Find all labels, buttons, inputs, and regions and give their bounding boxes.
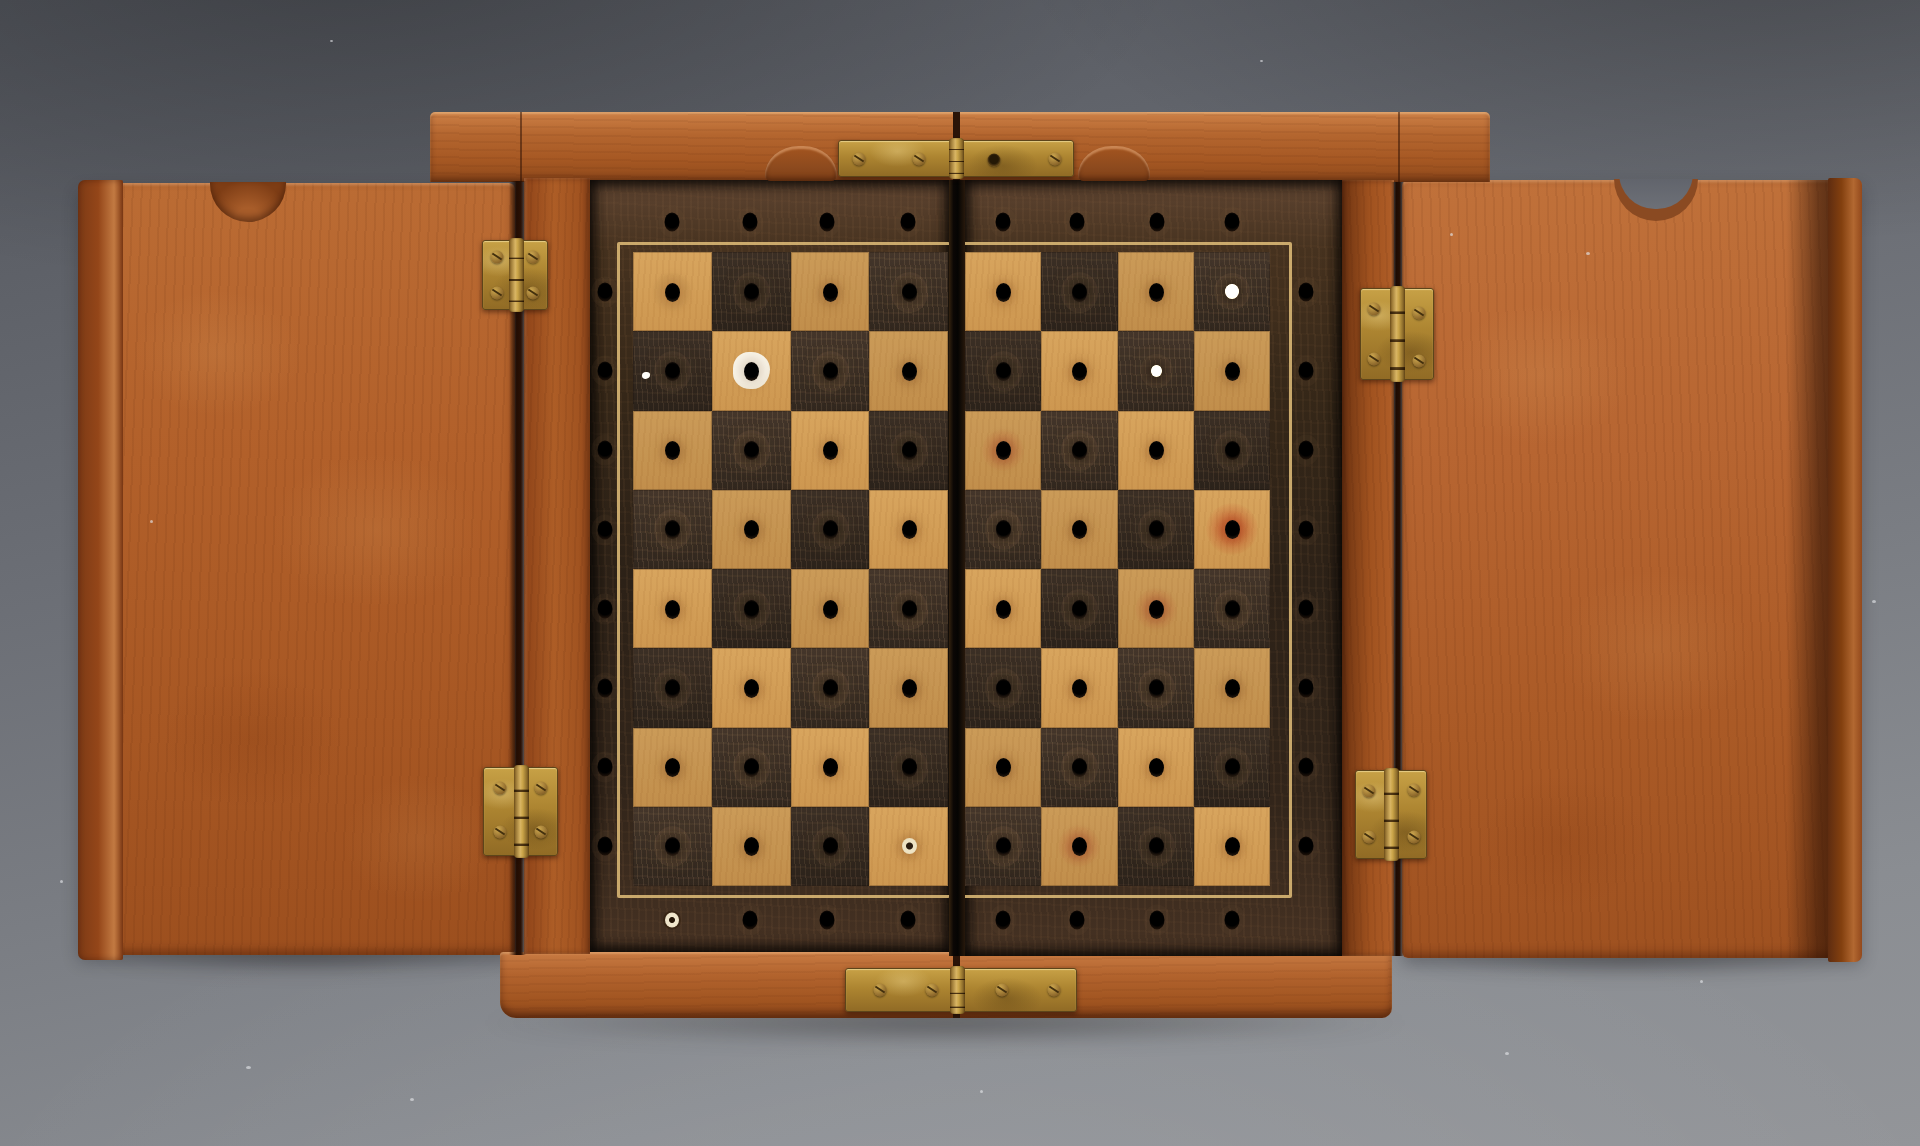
square-f7[interactable] xyxy=(1041,331,1117,410)
square-c5[interactable] xyxy=(791,490,870,569)
peg-hole-e7 xyxy=(996,362,1011,381)
peg-hole-d2 xyxy=(902,758,917,777)
peg-hole-h1 xyxy=(1225,837,1240,856)
peg-hole-h2 xyxy=(1225,758,1240,777)
peg-hole-e8 xyxy=(996,283,1011,302)
peg-hole-c1 xyxy=(823,837,838,856)
storage-hole-left-6[interactable] xyxy=(598,679,613,698)
storage-hole-right-6[interactable] xyxy=(1299,679,1314,698)
hinge-screw xyxy=(1408,784,1421,797)
hinge-screw xyxy=(1363,785,1376,798)
square-b8[interactable] xyxy=(712,252,791,331)
square-g4[interactable] xyxy=(1118,569,1194,648)
storage-hole-top-3[interactable] xyxy=(820,213,835,232)
storage-hole-top-8[interactable] xyxy=(1225,213,1240,232)
square-d5[interactable] xyxy=(869,490,948,569)
storage-hole-bottom-1[interactable] xyxy=(665,913,679,928)
hinge-screw xyxy=(853,153,866,166)
peg-hole-b8 xyxy=(744,283,759,302)
peg-hole-b1 xyxy=(744,837,759,856)
hinge-screw xyxy=(1048,984,1061,997)
storage-hole-right-5[interactable] xyxy=(1299,600,1314,619)
square-b5[interactable] xyxy=(712,490,791,569)
storage-hole-left-5[interactable] xyxy=(598,600,613,619)
hinge-screw xyxy=(996,984,1009,997)
peg-hole-d4 xyxy=(902,600,917,619)
peg-hole-h8 xyxy=(1225,284,1239,299)
storage-hole-bottom-6[interactable] xyxy=(1070,911,1085,930)
fold-gap xyxy=(949,180,965,956)
peg-hole-b2 xyxy=(744,758,759,777)
square-h8[interactable] xyxy=(1194,252,1270,331)
peg-hole-h6 xyxy=(1225,441,1240,460)
square-b1[interactable] xyxy=(712,807,791,886)
lint-speck xyxy=(246,1066,251,1069)
peg-hole-a7 xyxy=(665,362,680,381)
left-lid-edge-strip xyxy=(78,180,123,960)
square-e6[interactable] xyxy=(965,411,1041,490)
peg-hole-f2 xyxy=(1072,758,1087,777)
storage-hole-left-2[interactable] xyxy=(598,362,613,381)
hinge-screw xyxy=(1368,353,1381,366)
storage-hole-left-8[interactable] xyxy=(598,837,613,856)
right-lid-finger-notch xyxy=(1614,179,1698,221)
lint-speck xyxy=(1260,60,1263,62)
square-c6[interactable] xyxy=(791,411,870,490)
lint-speck xyxy=(1505,1052,1509,1055)
storage-hole-top-1[interactable] xyxy=(665,213,680,232)
peg-hole-a8 xyxy=(665,283,680,302)
storage-hole-right-1[interactable] xyxy=(1299,283,1314,302)
storage-hole-bottom-2[interactable] xyxy=(743,911,758,930)
peg-hole-h5 xyxy=(1225,520,1240,539)
top-center-hinge-knuckle xyxy=(949,138,964,179)
square-f3[interactable] xyxy=(1041,648,1117,727)
right-lid-edge-strip xyxy=(1828,178,1862,962)
storage-hole-right-4[interactable] xyxy=(1299,521,1314,540)
square-d2[interactable] xyxy=(869,728,948,807)
peg-hole-a2 xyxy=(665,758,680,777)
storage-hole-right-3[interactable] xyxy=(1299,441,1314,460)
peg-hole-b6 xyxy=(744,441,759,460)
storage-hole-top-5[interactable] xyxy=(996,213,1011,232)
lint-speck xyxy=(1700,980,1703,983)
square-f8[interactable] xyxy=(1041,252,1117,331)
left-lid-finger-notch xyxy=(210,182,286,222)
board-left-half xyxy=(633,252,948,886)
square-e3[interactable] xyxy=(965,648,1041,727)
peg-hole-h4 xyxy=(1225,600,1240,619)
hinge-screw xyxy=(1413,355,1426,368)
hinge-screw xyxy=(1049,153,1062,166)
storage-hole-bottom-4[interactable] xyxy=(901,911,916,930)
peg-hole-f7 xyxy=(1072,362,1087,381)
peg-hole-b4 xyxy=(744,600,759,619)
hinge-screw xyxy=(494,782,507,795)
peg-hole-g6 xyxy=(1149,441,1164,460)
peg-hole-c5 xyxy=(823,520,838,539)
peg-hole-c3 xyxy=(823,679,838,698)
board-right-half xyxy=(965,252,1270,886)
peg-hole-b5 xyxy=(744,520,759,539)
hinge-screw-hole xyxy=(988,154,1001,167)
peg-hole-a6 xyxy=(665,441,680,460)
storage-hole-top-2[interactable] xyxy=(743,213,758,232)
peg-hole-g1 xyxy=(1149,837,1164,856)
upper-right-hinge-knuckle xyxy=(1390,286,1405,382)
lower-left-hinge xyxy=(483,767,558,856)
square-b6[interactable] xyxy=(712,411,791,490)
storage-hole-top-7[interactable] xyxy=(1150,213,1165,232)
square-d6[interactable] xyxy=(869,411,948,490)
storage-hole-bottom-7[interactable] xyxy=(1150,911,1165,930)
square-c7[interactable] xyxy=(791,331,870,410)
square-e7[interactable] xyxy=(965,331,1041,410)
peg-hole-c7 xyxy=(823,362,838,381)
rim-seam xyxy=(1398,112,1400,182)
square-e8[interactable] xyxy=(965,252,1041,331)
square-a1[interactable] xyxy=(633,807,712,886)
square-d1[interactable] xyxy=(869,807,948,886)
square-b3[interactable] xyxy=(712,648,791,727)
square-d8[interactable] xyxy=(869,252,948,331)
peg-hole-d6 xyxy=(902,441,917,460)
storage-hole-top-6[interactable] xyxy=(1070,213,1085,232)
lower-right-hinge-knuckle xyxy=(1384,768,1399,861)
peg-hole-c8 xyxy=(823,283,838,302)
storage-hole-left-1[interactable] xyxy=(598,283,613,302)
peg-hole-f6 xyxy=(1072,441,1087,460)
square-b2[interactable] xyxy=(712,728,791,807)
peg-hole-b3 xyxy=(744,679,759,698)
hinge-screw xyxy=(913,153,926,166)
square-b4[interactable] xyxy=(712,569,791,648)
upper-left-hinge xyxy=(482,240,548,310)
square-c2[interactable] xyxy=(791,728,870,807)
peg-hole-c2 xyxy=(823,758,838,777)
storage-hole-right-2[interactable] xyxy=(1299,362,1314,381)
square-a4[interactable] xyxy=(633,569,712,648)
square-f1[interactable] xyxy=(1041,807,1117,886)
bottom-center-hinge-knuckle xyxy=(950,966,965,1014)
hinge-screw xyxy=(527,287,540,300)
lint-speck xyxy=(980,1090,983,1093)
lint-speck xyxy=(60,880,63,883)
hinge-screw xyxy=(527,251,540,264)
peg-hole-d5 xyxy=(902,520,917,539)
square-f2[interactable] xyxy=(1041,728,1117,807)
square-h4[interactable] xyxy=(1194,569,1270,648)
storage-hole-bottom-5[interactable] xyxy=(996,911,1011,930)
hinge-screw xyxy=(1408,831,1421,844)
hinge-screw xyxy=(491,251,504,264)
square-h1[interactable] xyxy=(1194,807,1270,886)
peg-hole-e5 xyxy=(996,520,1011,539)
lint-speck xyxy=(410,1098,414,1101)
lint-speck xyxy=(1872,600,1876,603)
peg-hole-e6 xyxy=(996,441,1011,460)
square-h6[interactable] xyxy=(1194,411,1270,490)
right-lid-edge-shadow xyxy=(1786,180,1832,958)
peg-hole-a4 xyxy=(665,600,680,619)
peg-hole-g2 xyxy=(1149,758,1164,777)
photo-stage xyxy=(0,0,1920,1146)
square-a7[interactable] xyxy=(633,331,712,410)
square-d4[interactable] xyxy=(869,569,948,648)
peg-hole-f3 xyxy=(1072,679,1087,698)
square-f4[interactable] xyxy=(1041,569,1117,648)
rim-seam xyxy=(520,112,522,182)
peg-hole-g7 xyxy=(1151,365,1162,377)
peg-hole-c6 xyxy=(823,441,838,460)
storage-hole-left-7[interactable] xyxy=(598,758,613,777)
storage-hole-top-4[interactable] xyxy=(901,213,916,232)
hinge-screw xyxy=(926,984,939,997)
peg-hole-f8 xyxy=(1072,283,1087,302)
square-f6[interactable] xyxy=(1041,411,1117,490)
peg-hole-c4 xyxy=(823,600,838,619)
peg-hole-f5 xyxy=(1072,520,1087,539)
lint-speck xyxy=(330,40,333,42)
square-g2[interactable] xyxy=(1118,728,1194,807)
square-c1[interactable] xyxy=(791,807,870,886)
square-e1[interactable] xyxy=(965,807,1041,886)
square-e5[interactable] xyxy=(965,490,1041,569)
hinge-screw xyxy=(535,826,548,839)
storage-hole-left-4[interactable] xyxy=(598,521,613,540)
peg-hole-h3 xyxy=(1225,679,1240,698)
square-e4[interactable] xyxy=(965,569,1041,648)
square-h3[interactable] xyxy=(1194,648,1270,727)
hinge-screw xyxy=(1363,831,1376,844)
storage-hole-right-7[interactable] xyxy=(1299,758,1314,777)
peg-hole-f1 xyxy=(1072,837,1087,856)
peg-hole-g8 xyxy=(1149,283,1164,302)
bottom-center-hinge xyxy=(845,968,1077,1012)
square-a6[interactable] xyxy=(633,411,712,490)
hinge-screw xyxy=(1368,303,1381,316)
peg-hole-g5 xyxy=(1149,520,1164,539)
square-c4[interactable] xyxy=(791,569,870,648)
right-lid xyxy=(1402,180,1862,958)
hinge-screw xyxy=(491,287,504,300)
square-b7[interactable] xyxy=(712,331,791,410)
square-h7[interactable] xyxy=(1194,331,1270,410)
peg-hole-a1 xyxy=(665,837,680,856)
peg-hole-a3 xyxy=(665,679,680,698)
peg-hole-e4 xyxy=(996,600,1011,619)
upper-right-hinge xyxy=(1360,288,1434,380)
peg-hole-e2 xyxy=(996,758,1011,777)
left-lid xyxy=(78,183,515,955)
square-g3[interactable] xyxy=(1118,648,1194,727)
square-a5[interactable] xyxy=(633,490,712,569)
hinge-screw xyxy=(535,782,548,795)
lower-right-hinge xyxy=(1355,770,1427,859)
peg-hole-g4 xyxy=(1149,600,1164,619)
peg-hole-e1 xyxy=(996,837,1011,856)
square-a3[interactable] xyxy=(633,648,712,727)
square-a8[interactable] xyxy=(633,252,712,331)
peg-hole-f4 xyxy=(1072,600,1087,619)
peg-hole-d7 xyxy=(902,362,917,381)
square-d3[interactable] xyxy=(869,648,948,727)
storage-hole-right-8[interactable] xyxy=(1299,837,1314,856)
square-g6[interactable] xyxy=(1118,411,1194,490)
storage-hole-left-3[interactable] xyxy=(598,441,613,460)
hinge-screw xyxy=(494,826,507,839)
storage-hole-bottom-3[interactable] xyxy=(820,911,835,930)
storage-hole-bottom-8[interactable] xyxy=(1225,911,1240,930)
square-d7[interactable] xyxy=(869,331,948,410)
peg-hole-h7 xyxy=(1225,362,1240,381)
square-e2[interactable] xyxy=(965,728,1041,807)
upper-left-hinge-knuckle xyxy=(509,238,524,312)
square-h2[interactable] xyxy=(1194,728,1270,807)
square-c3[interactable] xyxy=(791,648,870,727)
peg-hole-g3 xyxy=(1149,679,1164,698)
lower-left-hinge-knuckle xyxy=(514,765,529,858)
peg-hole-d3 xyxy=(902,679,917,698)
square-g7[interactable] xyxy=(1118,331,1194,410)
peg-hole-b7 xyxy=(744,362,759,381)
square-g8[interactable] xyxy=(1118,252,1194,331)
peg-hole-d8 xyxy=(902,283,917,302)
square-h5[interactable] xyxy=(1194,490,1270,569)
peg-hole-e3 xyxy=(996,679,1011,698)
square-g5[interactable] xyxy=(1118,490,1194,569)
peg-hole-d1 xyxy=(902,838,917,854)
square-f5[interactable] xyxy=(1041,490,1117,569)
square-a2[interactable] xyxy=(633,728,712,807)
hinge-screw xyxy=(874,984,887,997)
square-c8[interactable] xyxy=(791,252,870,331)
hinge-screw xyxy=(1413,307,1426,320)
top-center-hinge xyxy=(838,140,1074,177)
square-g1[interactable] xyxy=(1118,807,1194,886)
peg-hole-a5 xyxy=(665,520,680,539)
